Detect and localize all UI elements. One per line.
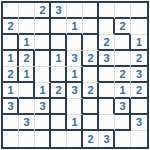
empty-cell[interactable] — [51, 99, 67, 115]
empty-cell[interactable] — [35, 19, 51, 35]
empty-cell[interactable] — [3, 35, 19, 51]
empty-cell[interactable] — [67, 99, 83, 115]
given-cell: 1 — [67, 115, 83, 131]
empty-cell[interactable] — [115, 51, 131, 67]
given-cell: 1 — [51, 51, 67, 67]
empty-cell[interactable] — [115, 131, 131, 147]
empty-cell[interactable] — [99, 3, 115, 19]
empty-cell[interactable] — [99, 19, 115, 35]
given-cell: 3 — [19, 115, 35, 131]
empty-cell[interactable] — [83, 35, 99, 51]
empty-cell[interactable] — [115, 3, 131, 19]
empty-cell[interactable] — [115, 115, 131, 131]
empty-cell[interactable] — [99, 83, 115, 99]
given-cell: 3 — [115, 99, 131, 115]
given-cell: 3 — [131, 67, 147, 83]
empty-cell[interactable] — [83, 3, 99, 19]
empty-cell[interactable] — [51, 115, 67, 131]
empty-cell[interactable] — [51, 67, 67, 83]
empty-cell[interactable] — [35, 51, 51, 67]
empty-cell[interactable] — [3, 3, 19, 19]
given-cell: 3 — [51, 3, 67, 19]
empty-cell[interactable] — [131, 19, 147, 35]
given-cell: 3 — [131, 115, 147, 131]
empty-cell[interactable] — [19, 83, 35, 99]
empty-cell[interactable] — [67, 131, 83, 147]
empty-cell[interactable] — [83, 67, 99, 83]
given-cell: 2 — [19, 51, 35, 67]
given-cell: 2 — [35, 3, 51, 19]
given-cell: 1 — [19, 67, 35, 83]
empty-cell[interactable] — [35, 35, 51, 51]
empty-cell[interactable] — [99, 99, 115, 115]
empty-cell[interactable] — [19, 3, 35, 19]
given-cell: 2 — [51, 83, 67, 99]
given-cell: 1 — [19, 35, 35, 51]
given-cell: 2 — [3, 67, 19, 83]
given-cell: 2 — [83, 51, 99, 67]
empty-cell[interactable] — [131, 99, 147, 115]
given-cell: 2 — [83, 83, 99, 99]
given-cell: 1 — [3, 83, 19, 99]
empty-cell[interactable] — [51, 35, 67, 51]
given-cell: 3 — [99, 131, 115, 147]
empty-cell[interactable] — [83, 99, 99, 115]
empty-cell[interactable] — [131, 131, 147, 147]
empty-cell[interactable] — [35, 115, 51, 131]
empty-cell[interactable] — [115, 35, 131, 51]
empty-cell[interactable] — [67, 3, 83, 19]
given-cell: 3 — [67, 83, 83, 99]
empty-cell[interactable] — [99, 115, 115, 131]
empty-cell[interactable] — [99, 67, 115, 83]
empty-cell[interactable] — [35, 67, 51, 83]
given-cell: 1 — [35, 83, 51, 99]
empty-cell[interactable] — [83, 115, 99, 131]
empty-cell[interactable] — [35, 131, 51, 147]
empty-cell[interactable] — [83, 19, 99, 35]
given-cell: 1 — [67, 67, 83, 83]
empty-cell[interactable] — [131, 3, 147, 19]
given-cell: 1 — [115, 83, 131, 99]
given-cell: 3 — [3, 99, 19, 115]
given-cell: 2 — [115, 67, 131, 83]
empty-cell[interactable] — [19, 19, 35, 35]
given-cell: 2 — [3, 19, 19, 35]
given-cell: 2 — [131, 83, 147, 99]
given-cell: 1 — [131, 35, 147, 51]
given-cell: 2 — [83, 131, 99, 147]
given-cell: 1 — [3, 51, 19, 67]
empty-cell[interactable] — [51, 131, 67, 147]
empty-cell[interactable] — [51, 19, 67, 35]
empty-cell[interactable] — [3, 131, 19, 147]
puzzle-board: 23212121121323221123112321233331323 — [1, 1, 149, 149]
empty-cell[interactable] — [19, 99, 35, 115]
given-cell: 3 — [99, 51, 115, 67]
given-cell: 2 — [99, 35, 115, 51]
given-cell: 2 — [115, 19, 131, 35]
empty-cell[interactable] — [3, 115, 19, 131]
given-cell: 3 — [67, 51, 83, 67]
given-cell: 2 — [131, 51, 147, 67]
given-cell: 1 — [67, 19, 83, 35]
empty-cell[interactable] — [19, 131, 35, 147]
empty-cell[interactable] — [67, 35, 83, 51]
given-cell: 3 — [35, 99, 51, 115]
